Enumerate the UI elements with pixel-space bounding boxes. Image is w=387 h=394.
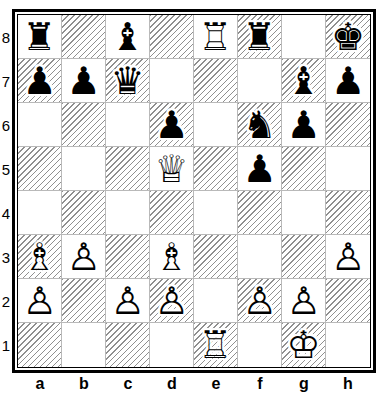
square-g3[interactable] — [282, 235, 326, 279]
black-bishop-g7[interactable]: ♝ — [286, 59, 320, 103]
square-e1[interactable]: ♖ — [194, 323, 238, 367]
square-e2[interactable] — [194, 279, 238, 323]
white-rook-e8[interactable]: ♖ — [198, 15, 232, 59]
square-a4[interactable] — [18, 191, 62, 235]
square-h6[interactable] — [326, 103, 370, 147]
square-g4[interactable] — [282, 191, 326, 235]
file-label-g: g — [282, 373, 326, 394]
square-c5[interactable] — [106, 147, 150, 191]
square-a2[interactable]: ♙ — [18, 279, 62, 323]
chess-board: ♜♝♖♜♚♟♟♛♝♟♟♞♟♕♟♗♙♗♙♙♙♙♙♙♖♔ — [18, 15, 370, 367]
square-a8[interactable]: ♜ — [18, 15, 62, 59]
black-pawn-h7[interactable]: ♟ — [331, 59, 365, 103]
black-rook-a8[interactable]: ♜ — [22, 15, 56, 59]
square-b3[interactable]: ♙ — [62, 235, 106, 279]
square-b6[interactable] — [62, 103, 106, 147]
square-d4[interactable] — [150, 191, 194, 235]
square-d6[interactable]: ♟ — [150, 103, 194, 147]
square-c3[interactable] — [106, 235, 150, 279]
white-bishop-d3[interactable]: ♗ — [154, 235, 188, 279]
board-frame: ♜♝♖♜♚♟♟♛♝♟♟♞♟♕♟♗♙♗♙♙♙♙♙♙♖♔ — [12, 9, 376, 373]
square-h4[interactable] — [326, 191, 370, 235]
square-d8[interactable] — [150, 15, 194, 59]
square-g6[interactable]: ♟ — [282, 103, 326, 147]
file-label-e: e — [194, 373, 238, 394]
file-label-b: b — [62, 373, 106, 394]
square-d1[interactable] — [150, 323, 194, 367]
square-c2[interactable]: ♙ — [106, 279, 150, 323]
black-bishop-c8[interactable]: ♝ — [110, 15, 144, 59]
square-c7[interactable]: ♛ — [106, 59, 150, 103]
square-d3[interactable]: ♗ — [150, 235, 194, 279]
square-d5[interactable]: ♕ — [150, 147, 194, 191]
square-e3[interactable] — [194, 235, 238, 279]
rank-label-7: 7 — [0, 59, 12, 103]
square-h8[interactable]: ♚ — [326, 15, 370, 59]
square-b2[interactable] — [62, 279, 106, 323]
rank-label-3: 3 — [0, 235, 12, 279]
square-b4[interactable] — [62, 191, 106, 235]
white-king-g1[interactable]: ♔ — [286, 323, 320, 367]
rank-label-4: 4 — [0, 191, 12, 235]
black-queen-c7[interactable]: ♛ — [110, 59, 144, 103]
black-pawn-f5[interactable]: ♟ — [242, 147, 276, 191]
file-labels: abcdefgh — [18, 373, 370, 394]
rank-label-2: 2 — [0, 279, 12, 323]
white-queen-d5[interactable]: ♕ — [154, 147, 188, 191]
square-c6[interactable] — [106, 103, 150, 147]
square-a5[interactable] — [18, 147, 62, 191]
white-pawn-a2[interactable]: ♙ — [22, 279, 56, 323]
square-c1[interactable] — [106, 323, 150, 367]
file-label-f: f — [238, 373, 282, 394]
square-g7[interactable]: ♝ — [282, 59, 326, 103]
rank-label-5: 5 — [0, 147, 12, 191]
black-rook-f8[interactable]: ♜ — [242, 15, 276, 59]
square-f4[interactable] — [238, 191, 282, 235]
square-g1[interactable]: ♔ — [282, 323, 326, 367]
white-bishop-a3[interactable]: ♗ — [22, 235, 56, 279]
square-b1[interactable] — [62, 323, 106, 367]
white-pawn-h3[interactable]: ♙ — [331, 235, 365, 279]
white-pawn-c2[interactable]: ♙ — [110, 279, 144, 323]
square-b7[interactable]: ♟ — [62, 59, 106, 103]
black-pawn-a7[interactable]: ♟ — [22, 59, 56, 103]
white-pawn-b3[interactable]: ♙ — [66, 235, 100, 279]
black-pawn-g6[interactable]: ♟ — [286, 103, 320, 147]
square-h2[interactable] — [326, 279, 370, 323]
file-label-d: d — [150, 373, 194, 394]
square-b8[interactable] — [62, 15, 106, 59]
square-f6[interactable]: ♞ — [238, 103, 282, 147]
square-e7[interactable] — [194, 59, 238, 103]
black-knight-f6[interactable]: ♞ — [242, 103, 276, 147]
square-h1[interactable] — [326, 323, 370, 367]
file-label-c: c — [106, 373, 150, 394]
rank-label-6: 6 — [0, 103, 12, 147]
square-a3[interactable]: ♗ — [18, 235, 62, 279]
square-a1[interactable] — [18, 323, 62, 367]
black-king-h8[interactable]: ♚ — [331, 15, 365, 59]
board-inner-border: ♜♝♖♜♚♟♟♛♝♟♟♞♟♕♟♗♙♗♙♙♙♙♙♙♖♔ — [17, 14, 371, 368]
square-e5[interactable] — [194, 147, 238, 191]
square-e8[interactable]: ♖ — [194, 15, 238, 59]
square-d7[interactable] — [150, 59, 194, 103]
square-f2[interactable]: ♙ — [238, 279, 282, 323]
square-d2[interactable]: ♙ — [150, 279, 194, 323]
rank-labels: 87654321 — [0, 15, 12, 367]
white-rook-e1[interactable]: ♖ — [198, 323, 232, 367]
square-f3[interactable] — [238, 235, 282, 279]
square-f8[interactable]: ♜ — [238, 15, 282, 59]
square-c8[interactable]: ♝ — [106, 15, 150, 59]
white-pawn-g2[interactable]: ♙ — [286, 279, 320, 323]
square-e4[interactable] — [194, 191, 238, 235]
square-b5[interactable] — [62, 147, 106, 191]
white-pawn-f2[interactable]: ♙ — [242, 279, 276, 323]
square-c4[interactable] — [106, 191, 150, 235]
file-label-h: h — [326, 373, 370, 394]
rank-label-1: 1 — [0, 323, 12, 367]
chess-diagram: 87654321 ♜♝♖♜♚♟♟♛♝♟♟♞♟♕♟♗♙♗♙♙♙♙♙♙♖♔ abcd… — [0, 0, 387, 394]
square-h7[interactable]: ♟ — [326, 59, 370, 103]
square-f7[interactable] — [238, 59, 282, 103]
square-g8[interactable] — [282, 15, 326, 59]
square-g2[interactable]: ♙ — [282, 279, 326, 323]
square-h3[interactable]: ♙ — [326, 235, 370, 279]
square-a6[interactable] — [18, 103, 62, 147]
rank-label-8: 8 — [0, 15, 12, 59]
white-pawn-d2[interactable]: ♙ — [154, 279, 188, 323]
square-g5[interactable] — [282, 147, 326, 191]
file-label-a: a — [18, 373, 62, 394]
square-f1[interactable] — [238, 323, 282, 367]
black-pawn-b7[interactable]: ♟ — [66, 59, 100, 103]
square-e6[interactable] — [194, 103, 238, 147]
square-a7[interactable]: ♟ — [18, 59, 62, 103]
black-pawn-d6[interactable]: ♟ — [154, 103, 188, 147]
square-f5[interactable]: ♟ — [238, 147, 282, 191]
square-h5[interactable] — [326, 147, 370, 191]
